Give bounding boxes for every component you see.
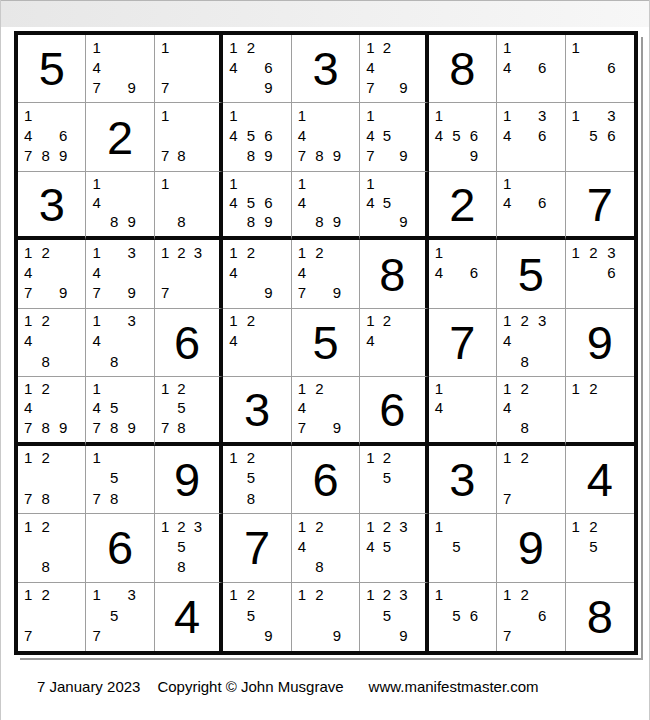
- cell-r7c6[interactable]: 125: [360, 446, 428, 514]
- cell-r3c6[interactable]: 1459: [360, 172, 428, 240]
- candidate-8: 8: [110, 420, 118, 435]
- candidate-2: 2: [383, 519, 391, 534]
- candidate-4: 4: [503, 333, 511, 348]
- candidate-9: 9: [333, 285, 341, 300]
- cell-r3c2[interactable]: 1489: [86, 172, 154, 240]
- candidate-1: 1: [503, 176, 511, 191]
- candidate-7: 7: [161, 420, 169, 435]
- candidate-8: 8: [521, 354, 529, 369]
- solved-digit: 5: [18, 35, 85, 102]
- candidate-2: 2: [177, 519, 185, 534]
- solved-digit: 5: [292, 309, 359, 376]
- candidate-8: 8: [41, 354, 49, 369]
- candidate-2: 2: [41, 381, 49, 396]
- candidate-2: 2: [41, 450, 49, 465]
- cell-r5c7[interactable]: 7: [429, 309, 497, 377]
- cell-r6c7[interactable]: 14: [429, 377, 497, 445]
- cell-r9c1[interactable]: 127: [18, 583, 86, 651]
- candidate-4: 4: [24, 400, 32, 415]
- candidate-1: 1: [298, 587, 306, 602]
- candidate-9: 9: [399, 628, 407, 643]
- cell-r1c3[interactable]: 17: [155, 35, 223, 103]
- candidate-1: 1: [92, 245, 100, 260]
- cell-r5c8[interactable]: 12348: [497, 309, 565, 377]
- footer-website: www.manifestmaster.com: [369, 678, 539, 695]
- candidate-1: 1: [229, 108, 237, 123]
- candidates-grid: 12358: [155, 514, 219, 581]
- candidate-1: 1: [24, 108, 32, 123]
- candidate-6: 6: [470, 265, 478, 280]
- candidates-grid: 1249: [223, 240, 290, 307]
- candidate-7: 7: [298, 420, 306, 435]
- candidate-1: 1: [229, 176, 237, 191]
- candidate-5: 5: [589, 128, 597, 143]
- candidate-1: 1: [298, 519, 306, 534]
- candidate-2: 2: [41, 245, 49, 260]
- cell-r4c2[interactable]: 13479: [86, 240, 154, 308]
- cell-r9c9[interactable]: 8: [566, 583, 634, 651]
- cell-r4c3[interactable]: 1237: [155, 240, 223, 308]
- cell-r5c5[interactable]: 5: [292, 309, 360, 377]
- candidates-grid: 146: [497, 172, 564, 236]
- candidate-1: 1: [161, 40, 169, 55]
- cell-r7c7[interactable]: 3: [429, 446, 497, 514]
- candidate-4: 4: [229, 60, 237, 75]
- candidate-1: 1: [229, 587, 237, 602]
- candidate-9: 9: [399, 80, 407, 95]
- cell-r8c7[interactable]: 15: [429, 514, 497, 582]
- cell-r6c6[interactable]: 6: [360, 377, 428, 445]
- candidate-8: 8: [110, 491, 118, 506]
- candidate-6: 6: [538, 128, 546, 143]
- solved-digit: 4: [566, 446, 634, 513]
- candidate-2: 2: [315, 587, 323, 602]
- candidate-1: 1: [435, 108, 443, 123]
- candidate-9: 9: [264, 80, 272, 95]
- candidate-1: 1: [572, 381, 580, 396]
- candidates-grid: 1348: [86, 309, 153, 376]
- cell-r1c4[interactable]: 12469: [223, 35, 291, 103]
- candidate-7: 7: [366, 148, 374, 163]
- cell-r2c4[interactable]: 145689: [223, 103, 291, 171]
- cell-r8c3[interactable]: 12358: [155, 514, 223, 582]
- candidate-9: 9: [333, 148, 341, 163]
- candidates-grid: 146: [429, 240, 496, 307]
- candidate-1: 1: [572, 40, 580, 55]
- candidate-7: 7: [92, 491, 100, 506]
- cell-r6c5[interactable]: 12479: [292, 377, 360, 445]
- cell-r8c4[interactable]: 7: [223, 514, 291, 582]
- candidate-5: 5: [247, 128, 255, 143]
- candidate-6: 6: [538, 195, 546, 210]
- candidate-2: 2: [41, 587, 49, 602]
- candidate-2: 2: [521, 381, 529, 396]
- candidates-grid: 13479: [86, 240, 153, 307]
- candidates-grid: 1357: [86, 583, 153, 651]
- candidate-6: 6: [264, 128, 272, 143]
- candidate-2: 2: [383, 40, 391, 55]
- candidate-6: 6: [470, 608, 478, 623]
- candidates-grid: 1237: [155, 240, 219, 307]
- cell-r6c4[interactable]: 3: [223, 377, 291, 445]
- cell-r4c8[interactable]: 5: [497, 240, 565, 308]
- solved-digit: 8: [360, 240, 424, 307]
- candidate-1: 1: [572, 108, 580, 123]
- candidate-1: 1: [366, 176, 374, 191]
- cell-r3c8[interactable]: 146: [497, 172, 565, 240]
- solved-digit: 6: [292, 446, 359, 513]
- cell-r8c8[interactable]: 9: [497, 514, 565, 582]
- candidates-grid: 124: [360, 309, 424, 376]
- candidate-8: 8: [110, 214, 118, 229]
- candidate-2: 2: [315, 245, 323, 260]
- candidate-8: 8: [177, 214, 185, 229]
- candidate-2: 2: [177, 245, 185, 260]
- cell-r4c6[interactable]: 8: [360, 240, 428, 308]
- page: 5147917124693124798146161467892178145689…: [0, 0, 650, 720]
- cell-r4c9[interactable]: 1236: [566, 240, 634, 308]
- candidate-5: 5: [383, 470, 391, 485]
- candidate-4: 4: [24, 128, 32, 143]
- candidate-4: 4: [298, 128, 306, 143]
- candidate-9: 9: [399, 148, 407, 163]
- candidate-2: 2: [177, 381, 185, 396]
- candidates-grid: 128: [18, 514, 85, 581]
- candidates-grid: 127: [497, 446, 564, 513]
- candidate-8: 8: [247, 214, 255, 229]
- cell-r5c6[interactable]: 124: [360, 309, 428, 377]
- candidate-8: 8: [177, 559, 185, 574]
- candidate-5: 5: [247, 608, 255, 623]
- candidate-3: 3: [607, 108, 615, 123]
- cell-r5c1[interactable]: 1248: [18, 309, 86, 377]
- cell-r4c1[interactable]: 12479: [18, 240, 86, 308]
- candidate-7: 7: [24, 420, 32, 435]
- footer: 7 January 2023Copyright © John Musgravew…: [37, 678, 539, 695]
- candidate-3: 3: [127, 245, 135, 260]
- cell-r1c9[interactable]: 16: [566, 35, 634, 103]
- cell-r1c6[interactable]: 12479: [360, 35, 428, 103]
- cell-r9c3[interactable]: 4: [155, 583, 223, 651]
- cell-r3c9[interactable]: 7: [566, 172, 634, 240]
- candidate-4: 4: [366, 128, 374, 143]
- cell-r1c8[interactable]: 146: [497, 35, 565, 103]
- candidate-8: 8: [315, 148, 323, 163]
- sudoku-grid: 5147917124693124798146161467892178145689…: [14, 31, 638, 655]
- candidate-6: 6: [607, 128, 615, 143]
- candidates-grid: 12479: [292, 240, 359, 307]
- candidate-5: 5: [589, 539, 597, 554]
- candidate-7: 7: [92, 628, 100, 643]
- cell-r8c5[interactable]: 1248: [292, 514, 360, 582]
- cell-r4c4[interactable]: 1249: [223, 240, 291, 308]
- candidate-7: 7: [92, 420, 100, 435]
- cell-r2c9[interactable]: 1356: [566, 103, 634, 171]
- candidate-1: 1: [92, 587, 100, 602]
- candidates-grid: 1258: [223, 446, 290, 513]
- candidate-4: 4: [92, 400, 100, 415]
- cell-r4c5[interactable]: 12479: [292, 240, 360, 308]
- cell-r6c3[interactable]: 12578: [155, 377, 223, 445]
- candidates-grid: 12578: [155, 377, 219, 441]
- candidates-grid: 1259: [223, 583, 290, 651]
- cell-r7c4[interactable]: 1258: [223, 446, 291, 514]
- candidates-grid: 178: [155, 103, 219, 170]
- cell-r8c1[interactable]: 128: [18, 514, 86, 582]
- candidate-3: 3: [194, 245, 202, 260]
- candidates-grid: 1346: [497, 103, 564, 170]
- candidate-2: 2: [589, 245, 597, 260]
- candidate-4: 4: [229, 128, 237, 143]
- candidate-5: 5: [383, 539, 391, 554]
- candidate-5: 5: [452, 539, 460, 554]
- candidate-6: 6: [470, 128, 478, 143]
- candidate-2: 2: [315, 519, 323, 534]
- cell-r2c6[interactable]: 14579: [360, 103, 428, 171]
- candidate-1: 1: [366, 313, 374, 328]
- cell-r1c1[interactable]: 5: [18, 35, 86, 103]
- candidates-grid: 12: [566, 377, 634, 441]
- candidate-4: 4: [298, 195, 306, 210]
- solved-digit: 2: [86, 103, 153, 170]
- candidate-1: 1: [92, 381, 100, 396]
- cell-r7c3[interactable]: 9: [155, 446, 223, 514]
- solved-digit: 2: [429, 172, 496, 236]
- solved-digit: 9: [155, 446, 219, 513]
- solved-digit: 6: [155, 309, 219, 376]
- candidate-8: 8: [110, 354, 118, 369]
- candidate-6: 6: [538, 60, 546, 75]
- candidates-grid: 1459: [360, 172, 424, 236]
- candidate-1: 1: [366, 450, 374, 465]
- candidate-9: 9: [333, 628, 341, 643]
- candidate-1: 1: [92, 40, 100, 55]
- candidate-3: 3: [538, 108, 546, 123]
- candidate-8: 8: [247, 148, 255, 163]
- candidate-8: 8: [41, 559, 49, 574]
- candidate-7: 7: [503, 491, 511, 506]
- candidate-4: 4: [366, 333, 374, 348]
- candidate-1: 1: [503, 40, 511, 55]
- candidate-9: 9: [264, 148, 272, 163]
- solved-digit: 7: [566, 172, 634, 236]
- candidates-grid: 1489: [86, 172, 153, 236]
- cell-r3c1[interactable]: 3: [18, 172, 86, 240]
- candidates-grid: 14569: [429, 103, 496, 170]
- cell-r6c1[interactable]: 124789: [18, 377, 86, 445]
- candidate-4: 4: [435, 400, 443, 415]
- cell-r5c3[interactable]: 6: [155, 309, 223, 377]
- candidate-2: 2: [315, 381, 323, 396]
- candidate-2: 2: [383, 313, 391, 328]
- candidate-7: 7: [24, 628, 32, 643]
- candidate-4: 4: [24, 333, 32, 348]
- cell-r2c2[interactable]: 2: [86, 103, 154, 171]
- candidates-grid: 145689: [223, 103, 290, 170]
- footer-date: 7 January 2023: [37, 678, 140, 695]
- candidates-grid: 145689: [223, 172, 290, 236]
- cell-r2c8[interactable]: 1346: [497, 103, 565, 171]
- candidates-grid: 156: [429, 583, 496, 651]
- cell-r5c2[interactable]: 1348: [86, 309, 154, 377]
- candidates-grid: 1248: [18, 309, 85, 376]
- candidate-7: 7: [24, 285, 32, 300]
- cell-r7c5[interactable]: 6: [292, 446, 360, 514]
- cell-r8c2[interactable]: 6: [86, 514, 154, 582]
- candidate-4: 4: [298, 539, 306, 554]
- candidate-4: 4: [435, 128, 443, 143]
- candidates-grid: 12348: [497, 309, 564, 376]
- cell-r4c7[interactable]: 146: [429, 240, 497, 308]
- candidate-3: 3: [127, 587, 135, 602]
- candidate-1: 1: [298, 245, 306, 260]
- candidate-2: 2: [521, 313, 529, 328]
- candidates-grid: 1267: [497, 583, 564, 651]
- cell-r3c5[interactable]: 1489: [292, 172, 360, 240]
- cell-r5c4[interactable]: 124: [223, 309, 291, 377]
- cell-r7c8[interactable]: 127: [497, 446, 565, 514]
- cell-r9c7[interactable]: 156: [429, 583, 497, 651]
- cell-r3c4[interactable]: 145689: [223, 172, 291, 240]
- candidate-2: 2: [247, 587, 255, 602]
- candidate-1: 1: [503, 587, 511, 602]
- candidate-1: 1: [92, 313, 100, 328]
- candidate-7: 7: [161, 148, 169, 163]
- cell-r9c2[interactable]: 1357: [86, 583, 154, 651]
- candidate-1: 1: [503, 313, 511, 328]
- candidate-4: 4: [503, 60, 511, 75]
- candidates-grid: 127: [18, 583, 85, 651]
- candidate-1: 1: [229, 40, 237, 55]
- candidate-1: 1: [435, 587, 443, 602]
- candidate-4: 4: [92, 265, 100, 280]
- solved-digit: 9: [566, 309, 634, 376]
- candidates-grid: 12479: [292, 377, 359, 441]
- candidate-9: 9: [399, 214, 407, 229]
- candidate-1: 1: [435, 381, 443, 396]
- candidate-1: 1: [298, 176, 306, 191]
- candidates-grid: 1578: [86, 446, 153, 513]
- candidates-grid: 18: [155, 172, 219, 236]
- candidate-3: 3: [399, 519, 407, 534]
- candidate-9: 9: [127, 80, 135, 95]
- cell-r9c6[interactable]: 12359: [360, 583, 428, 651]
- candidate-2: 2: [41, 519, 49, 534]
- candidates-grid: 124: [223, 309, 290, 376]
- cell-r2c5[interactable]: 14789: [292, 103, 360, 171]
- candidates-grid: 1248: [497, 377, 564, 441]
- candidate-2: 2: [383, 450, 391, 465]
- candidate-1: 1: [435, 519, 443, 534]
- candidate-8: 8: [247, 491, 255, 506]
- candidate-4: 4: [503, 195, 511, 210]
- candidate-1: 1: [503, 108, 511, 123]
- candidate-7: 7: [161, 80, 169, 95]
- candidate-1: 1: [572, 519, 580, 534]
- candidate-3: 3: [194, 519, 202, 534]
- cell-r6c9[interactable]: 12: [566, 377, 634, 445]
- cell-r2c3[interactable]: 178: [155, 103, 223, 171]
- cell-r3c7[interactable]: 2: [429, 172, 497, 240]
- candidate-4: 4: [229, 265, 237, 280]
- candidate-2: 2: [521, 587, 529, 602]
- candidates-grid: 1356: [566, 103, 634, 170]
- candidate-3: 3: [538, 313, 546, 328]
- candidate-4: 4: [503, 128, 511, 143]
- candidate-8: 8: [315, 214, 323, 229]
- top-bar: [1, 0, 649, 27]
- cell-r9c8[interactable]: 1267: [497, 583, 565, 651]
- candidates-grid: 12359: [360, 583, 424, 651]
- cell-r7c1[interactable]: 1278: [18, 446, 86, 514]
- candidate-5: 5: [383, 608, 391, 623]
- cell-r1c7[interactable]: 8: [429, 35, 497, 103]
- candidate-1: 1: [161, 245, 169, 260]
- cell-r7c9[interactable]: 4: [566, 446, 634, 514]
- cell-r2c1[interactable]: 146789: [18, 103, 86, 171]
- cell-r1c2[interactable]: 1479: [86, 35, 154, 103]
- candidate-9: 9: [264, 628, 272, 643]
- candidate-6: 6: [607, 60, 615, 75]
- candidate-9: 9: [127, 214, 135, 229]
- candidate-1: 1: [503, 450, 511, 465]
- cell-r7c2[interactable]: 1578: [86, 446, 154, 514]
- candidate-2: 2: [247, 245, 255, 260]
- candidate-9: 9: [59, 285, 67, 300]
- candidate-5: 5: [177, 400, 185, 415]
- cell-r3c3[interactable]: 18: [155, 172, 223, 240]
- candidate-2: 2: [41, 313, 49, 328]
- cell-r5c9[interactable]: 9: [566, 309, 634, 377]
- candidates-grid: 15: [429, 514, 496, 581]
- candidates-grid: 125: [360, 446, 424, 513]
- candidate-2: 2: [589, 381, 597, 396]
- cell-r2c7[interactable]: 14569: [429, 103, 497, 171]
- cell-r9c4[interactable]: 1259: [223, 583, 291, 651]
- solved-digit: 7: [223, 514, 290, 581]
- cell-r8c9[interactable]: 125: [566, 514, 634, 582]
- candidate-1: 1: [366, 519, 374, 534]
- candidates-grid: 146: [497, 35, 564, 102]
- cell-r6c8[interactable]: 1248: [497, 377, 565, 445]
- candidates-grid: 1479: [86, 35, 153, 102]
- candidate-5: 5: [177, 539, 185, 554]
- candidate-5: 5: [383, 195, 391, 210]
- cell-r8c6[interactable]: 12345: [360, 514, 428, 582]
- candidate-1: 1: [161, 381, 169, 396]
- cell-r6c2[interactable]: 145789: [86, 377, 154, 445]
- candidates-grid: 146789: [18, 103, 85, 170]
- candidate-1: 1: [298, 108, 306, 123]
- candidate-7: 7: [24, 491, 32, 506]
- cell-r1c5[interactable]: 3: [292, 35, 360, 103]
- candidate-7: 7: [92, 80, 100, 95]
- candidate-4: 4: [92, 333, 100, 348]
- candidate-6: 6: [538, 608, 546, 623]
- candidate-1: 1: [24, 587, 32, 602]
- sudoku-board: 5147917124693124798146161467892178145689…: [14, 31, 638, 655]
- candidate-5: 5: [110, 608, 118, 623]
- solved-digit: 8: [566, 583, 634, 651]
- cell-r9c5[interactable]: 129: [292, 583, 360, 651]
- footer-copyright: Copyright © John Musgrave: [157, 678, 343, 695]
- candidate-6: 6: [264, 195, 272, 210]
- candidate-8: 8: [41, 491, 49, 506]
- candidate-1: 1: [229, 450, 237, 465]
- candidates-grid: 1248: [292, 514, 359, 581]
- candidate-1: 1: [161, 108, 169, 123]
- candidates-grid: 124789: [18, 377, 85, 441]
